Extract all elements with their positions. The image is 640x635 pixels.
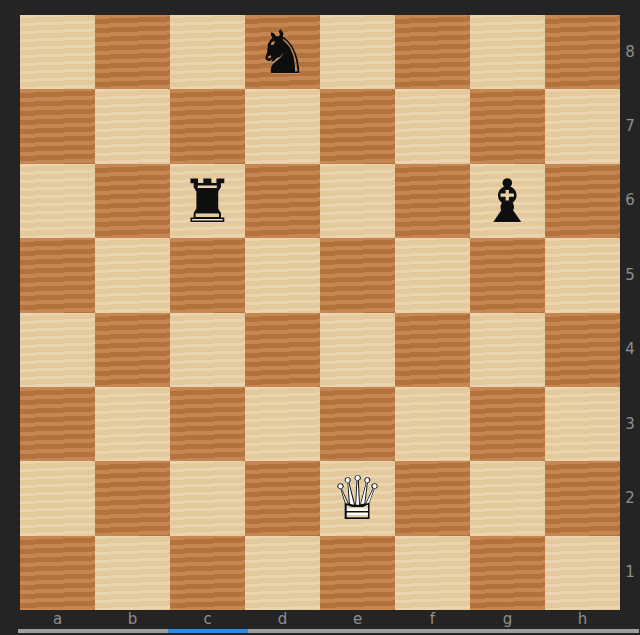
square-h1[interactable] xyxy=(545,536,620,610)
file-label-f: f xyxy=(395,611,470,628)
square-d1[interactable] xyxy=(245,536,320,610)
square-d4[interactable] xyxy=(245,313,320,387)
square-b5[interactable] xyxy=(95,238,170,312)
square-h2[interactable] xyxy=(545,461,620,535)
square-d7[interactable] xyxy=(245,89,320,163)
square-h4[interactable] xyxy=(545,313,620,387)
square-f2[interactable] xyxy=(395,461,470,535)
square-f3[interactable] xyxy=(395,387,470,461)
square-e7[interactable] xyxy=(320,89,395,163)
square-a2[interactable] xyxy=(20,461,95,535)
square-e1[interactable] xyxy=(320,536,395,610)
square-a5[interactable] xyxy=(20,238,95,312)
file-label-b: b xyxy=(95,611,170,628)
square-d8[interactable]: ♞ xyxy=(245,15,320,89)
black-rook[interactable]: ♜ xyxy=(181,171,235,231)
square-b4[interactable] xyxy=(95,313,170,387)
square-h6[interactable] xyxy=(545,164,620,238)
square-e4[interactable] xyxy=(320,313,395,387)
square-e5[interactable] xyxy=(320,238,395,312)
square-c8[interactable] xyxy=(170,15,245,89)
square-d6[interactable] xyxy=(245,164,320,238)
square-a8[interactable] xyxy=(20,15,95,89)
horizontal-scrollbar[interactable] xyxy=(18,629,639,633)
square-g6[interactable]: ♝ xyxy=(470,164,545,238)
scrollbar-thumb[interactable] xyxy=(168,629,248,633)
square-a7[interactable] xyxy=(20,89,95,163)
square-c5[interactable] xyxy=(170,238,245,312)
square-g7[interactable] xyxy=(470,89,545,163)
square-d3[interactable] xyxy=(245,387,320,461)
square-d5[interactable] xyxy=(245,238,320,312)
square-g1[interactable] xyxy=(470,536,545,610)
square-f1[interactable] xyxy=(395,536,470,610)
square-h3[interactable] xyxy=(545,387,620,461)
square-c2[interactable] xyxy=(170,461,245,535)
white-queen[interactable]: ♛♕ xyxy=(320,461,395,535)
white-queen-outline: ♕ xyxy=(320,461,395,535)
square-e8[interactable] xyxy=(320,15,395,89)
square-g5[interactable] xyxy=(470,238,545,312)
square-e3[interactable] xyxy=(320,387,395,461)
square-b2[interactable] xyxy=(95,461,170,535)
square-c7[interactable] xyxy=(170,89,245,163)
square-f7[interactable] xyxy=(395,89,470,163)
rank-label-4: 4 xyxy=(620,313,640,387)
rank-label-2: 2 xyxy=(620,461,640,535)
square-c6[interactable]: ♜ xyxy=(170,164,245,238)
square-a3[interactable] xyxy=(20,387,95,461)
square-e6[interactable] xyxy=(320,164,395,238)
square-h7[interactable] xyxy=(545,89,620,163)
square-c3[interactable] xyxy=(170,387,245,461)
rank-label-3: 3 xyxy=(620,387,640,461)
rank-label-5: 5 xyxy=(620,238,640,312)
rank-labels: 87654321 xyxy=(620,15,640,610)
square-g4[interactable] xyxy=(470,313,545,387)
square-f5[interactable] xyxy=(395,238,470,312)
file-label-a: a xyxy=(20,611,95,628)
file-label-c: c xyxy=(170,611,245,628)
black-knight[interactable]: ♞ xyxy=(256,22,310,82)
chess-board[interactable]: ♞♜♝♛♕ xyxy=(20,15,620,610)
rank-label-7: 7 xyxy=(620,89,640,163)
square-h8[interactable] xyxy=(545,15,620,89)
square-g8[interactable] xyxy=(470,15,545,89)
square-d2[interactable] xyxy=(245,461,320,535)
file-label-e: e xyxy=(320,611,395,628)
file-labels: abcdefgh xyxy=(20,611,620,628)
square-a6[interactable] xyxy=(20,164,95,238)
square-c1[interactable] xyxy=(170,536,245,610)
square-f6[interactable] xyxy=(395,164,470,238)
square-a1[interactable] xyxy=(20,536,95,610)
square-g3[interactable] xyxy=(470,387,545,461)
square-f4[interactable] xyxy=(395,313,470,387)
square-b1[interactable] xyxy=(95,536,170,610)
square-b7[interactable] xyxy=(95,89,170,163)
square-c4[interactable] xyxy=(170,313,245,387)
black-bishop[interactable]: ♝ xyxy=(481,171,535,231)
square-h5[interactable] xyxy=(545,238,620,312)
square-g2[interactable] xyxy=(470,461,545,535)
square-f8[interactable] xyxy=(395,15,470,89)
rank-label-8: 8 xyxy=(620,15,640,89)
app-background: ♞♜♝♛♕ abcdefgh 87654321 xyxy=(0,0,640,635)
rank-label-6: 6 xyxy=(620,164,640,238)
rank-label-1: 1 xyxy=(620,536,640,610)
file-label-d: d xyxy=(245,611,320,628)
square-b3[interactable] xyxy=(95,387,170,461)
square-a4[interactable] xyxy=(20,313,95,387)
file-label-g: g xyxy=(470,611,545,628)
square-b8[interactable] xyxy=(95,15,170,89)
square-b6[interactable] xyxy=(95,164,170,238)
file-label-h: h xyxy=(545,611,620,628)
square-e2[interactable]: ♛♕ xyxy=(320,461,395,535)
